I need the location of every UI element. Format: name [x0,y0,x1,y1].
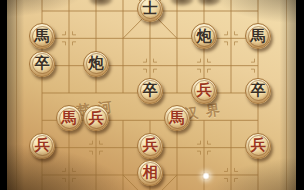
piece-engraved-ring [140,162,161,183]
board-point[interactable] [218,134,245,161]
board-point[interactable] [218,161,245,188]
board-point[interactable] [56,0,83,25]
board-point[interactable] [137,25,164,52]
xiangqi-game-frame: 楚河 汉界 士馬炮馬卒炮卒兵卒馬兵馬兵兵兵相 [0,0,304,190]
board-point[interactable] [83,79,110,106]
board-point[interactable] [218,52,245,79]
board-point[interactable] [218,189,245,190]
piece-black-soldier[interactable]: 卒 [137,78,163,104]
board-point[interactable] [137,52,164,79]
board-point[interactable] [164,79,191,106]
board-point[interactable]: 卒 [245,79,272,106]
piece-black-soldier[interactable]: 卒 [29,51,55,77]
board-point[interactable]: 馬 [29,25,56,52]
board-point[interactable] [56,161,83,188]
last-move-indicator-dot [202,172,210,180]
board-point[interactable]: 兵 [83,107,110,134]
piece-engraved-ring [194,26,215,47]
board-point[interactable] [164,25,191,52]
board-point[interactable]: 兵 [245,134,272,161]
piece-engraved-ring [59,108,80,129]
board-point[interactable]: 炮 [83,52,110,79]
piece-engraved-ring [248,26,269,47]
board-point[interactable]: 馬 [245,25,272,52]
board-point[interactable] [110,0,137,25]
piece-engraved-ring [140,0,161,19]
board-point[interactable] [164,189,191,190]
piece-red-soldier[interactable]: 兵 [245,133,271,159]
board-point[interactable] [191,52,218,79]
board-point[interactable] [137,107,164,134]
board-point[interactable] [137,189,164,190]
board-point[interactable] [56,79,83,106]
board-point[interactable] [56,25,83,52]
board-point[interactable] [110,134,137,161]
board-point[interactable] [245,0,272,25]
piece-black-cannon[interactable]: 炮 [83,51,109,77]
board-point[interactable]: 兵 [191,79,218,106]
board-point[interactable] [29,107,56,134]
piece-engraved-ring [140,135,161,156]
piece-red-soldier[interactable]: 兵 [29,133,55,159]
piece-engraved-ring [248,80,269,101]
board-point[interactable] [56,189,83,190]
board-point[interactable] [164,52,191,79]
board-point[interactable] [29,189,56,190]
piece-red-horse[interactable]: 馬 [56,105,82,131]
piece-black-cannon[interactable]: 炮 [191,23,217,49]
board-point[interactable] [110,79,137,106]
board-point[interactable]: 卒 [137,79,164,106]
board-point[interactable]: 相 [137,161,164,188]
board-point[interactable] [29,0,56,25]
piece-engraved-ring [32,135,53,156]
board-point[interactable] [83,161,110,188]
board-point[interactable]: 士 [137,0,164,25]
board-point[interactable] [191,189,218,190]
board-point[interactable] [56,52,83,79]
letterbox-bar-right [296,0,304,190]
board-point[interactable] [245,52,272,79]
board-point[interactable] [191,107,218,134]
piece-engraved-ring [86,53,107,74]
board-point[interactable]: 兵 [137,134,164,161]
board-point[interactable] [110,189,137,190]
piece-red-soldier[interactable]: 兵 [83,105,109,131]
board-point[interactable] [29,79,56,106]
board-point[interactable] [245,107,272,134]
piece-engraved-ring [194,80,215,101]
piece-black-soldier[interactable]: 卒 [245,78,271,104]
board-point[interactable] [110,52,137,79]
piece-grid: 士馬炮馬卒炮卒兵卒馬兵馬兵兵兵相 [29,0,272,190]
board-point[interactable]: 炮 [191,25,218,52]
piece-engraved-ring [32,53,53,74]
board-point[interactable]: 兵 [29,134,56,161]
board-point[interactable] [164,134,191,161]
piece-black-advisor[interactable]: 士 [137,0,163,22]
piece-red-elephant[interactable]: 相 [137,160,163,186]
piece-engraved-ring [86,108,107,129]
board-point[interactable] [218,79,245,106]
board-point[interactable] [110,107,137,134]
board-point[interactable] [164,161,191,188]
board-point[interactable] [245,161,272,188]
board-point[interactable] [218,0,245,25]
piece-engraved-ring [167,108,188,129]
board-point[interactable] [191,134,218,161]
board-point[interactable] [218,107,245,134]
piece-black-horse[interactable]: 馬 [245,23,271,49]
board-point[interactable] [83,189,110,190]
board-point[interactable] [83,134,110,161]
piece-engraved-ring [32,26,53,47]
board-point[interactable] [110,25,137,52]
piece-black-horse[interactable]: 馬 [29,23,55,49]
piece-red-soldier[interactable]: 兵 [191,78,217,104]
board-point[interactable] [83,25,110,52]
board-point[interactable] [110,161,137,188]
board-point[interactable] [56,134,83,161]
board-point[interactable]: 卒 [29,52,56,79]
piece-red-horse[interactable]: 馬 [164,105,190,131]
board-point[interactable] [218,25,245,52]
board-point[interactable] [245,189,272,190]
board-point[interactable]: 馬 [164,107,191,134]
letterbox-bar-left [0,0,7,190]
piece-engraved-ring [140,80,161,101]
piece-red-soldier[interactable]: 兵 [137,133,163,159]
piece-engraved-ring [248,135,269,156]
board-point[interactable] [29,161,56,188]
board-point[interactable]: 馬 [56,107,83,134]
